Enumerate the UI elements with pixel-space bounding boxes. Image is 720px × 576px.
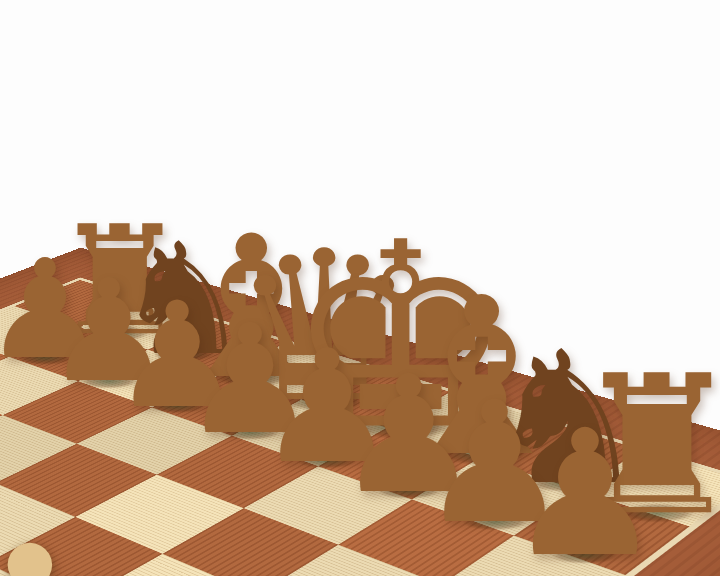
white-pawn-a2[interactable]: ♟: [0, 510, 156, 576]
photo-stage: ♜♞♝♛♚♝♞♜♟♟♟♟♟♟♟♟♟: [0, 0, 720, 576]
pieces-layer: ♜♞♝♛♚♝♞♜♟♟♟♟♟♟♟♟♟: [0, 0, 720, 576]
black-pawn-h7[interactable]: ♟: [507, 407, 663, 576]
